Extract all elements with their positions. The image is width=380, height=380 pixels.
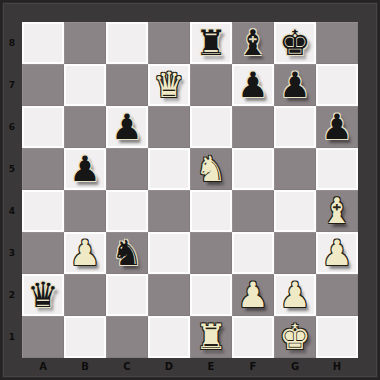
piece-black-pawn-b5[interactable]: ♟ [64,148,106,190]
square-b7[interactable] [64,64,106,106]
piece-black-knight-c3[interactable]: ♞ [106,232,148,274]
rank-label-4: 4 [2,190,22,232]
square-a4[interactable] [22,190,64,232]
piece-white-pawn-f2[interactable]: ♟ [232,274,274,316]
square-h7[interactable] [316,64,358,106]
square-b5[interactable]: ♟ [64,148,106,190]
square-g2[interactable]: ♟ [274,274,316,316]
rank-label-5: 5 [2,148,22,190]
piece-white-rook-e1[interactable]: ♜ [190,316,232,358]
square-d4[interactable] [148,190,190,232]
square-c1[interactable] [106,316,148,358]
square-h3[interactable]: ♟ [316,232,358,274]
square-d8[interactable] [148,22,190,64]
square-e2[interactable] [190,274,232,316]
square-g3[interactable] [274,232,316,274]
square-h1[interactable] [316,316,358,358]
square-b1[interactable] [64,316,106,358]
piece-white-queen-d7[interactable]: ♛ [148,64,190,106]
piece-white-pawn-b3[interactable]: ♟ [64,232,106,274]
square-d3[interactable] [148,232,190,274]
square-c3[interactable]: ♞ [106,232,148,274]
file-label-g: G [274,358,316,377]
piece-black-pawn-f7[interactable]: ♟ [232,64,274,106]
square-f3[interactable] [232,232,274,274]
square-a5[interactable] [22,148,64,190]
chess-board-frame: ♜♝♚♛♟♟♟♟♟♞♝♟♞♟♛♟♟♜♚ 87654321 ABCDEFGH [0,0,380,380]
square-b4[interactable] [64,190,106,232]
square-c6[interactable]: ♟ [106,106,148,148]
piece-white-knight-e5[interactable]: ♞ [190,148,232,190]
piece-black-pawn-h6[interactable]: ♟ [316,106,358,148]
square-c7[interactable] [106,64,148,106]
square-e4[interactable] [190,190,232,232]
square-g5[interactable] [274,148,316,190]
square-a3[interactable] [22,232,64,274]
rank-label-6: 6 [2,106,22,148]
square-f8[interactable]: ♝ [232,22,274,64]
square-c8[interactable] [106,22,148,64]
square-e5[interactable]: ♞ [190,148,232,190]
square-f1[interactable] [232,316,274,358]
square-g8[interactable]: ♚ [274,22,316,64]
square-f7[interactable]: ♟ [232,64,274,106]
square-c2[interactable] [106,274,148,316]
square-d7[interactable]: ♛ [148,64,190,106]
square-e1[interactable]: ♜ [190,316,232,358]
rank-label-7: 7 [2,64,22,106]
square-f2[interactable]: ♟ [232,274,274,316]
square-f6[interactable] [232,106,274,148]
file-label-d: D [148,358,190,377]
rank-label-3: 3 [2,232,22,274]
square-d2[interactable] [148,274,190,316]
square-d6[interactable] [148,106,190,148]
chess-board: ♜♝♚♛♟♟♟♟♟♞♝♟♞♟♛♟♟♜♚ [22,22,358,358]
square-b3[interactable]: ♟ [64,232,106,274]
square-h4[interactable]: ♝ [316,190,358,232]
square-f5[interactable] [232,148,274,190]
square-e6[interactable] [190,106,232,148]
rank-label-8: 8 [2,22,22,64]
rank-label-1: 1 [2,316,22,358]
square-h8[interactable] [316,22,358,64]
piece-white-pawn-g2[interactable]: ♟ [274,274,316,316]
file-label-b: B [64,358,106,377]
square-e3[interactable] [190,232,232,274]
square-h5[interactable] [316,148,358,190]
piece-black-pawn-c6[interactable]: ♟ [106,106,148,148]
square-d5[interactable] [148,148,190,190]
square-g4[interactable] [274,190,316,232]
piece-black-pawn-g7[interactable]: ♟ [274,64,316,106]
piece-white-bishop-h4[interactable]: ♝ [316,190,358,232]
file-label-f: F [232,358,274,377]
square-g1[interactable]: ♚ [274,316,316,358]
piece-black-queen-a2[interactable]: ♛ [22,274,64,316]
file-label-a: A [22,358,64,377]
square-a6[interactable] [22,106,64,148]
file-label-h: H [316,358,358,377]
square-b6[interactable] [64,106,106,148]
square-d1[interactable] [148,316,190,358]
square-a2[interactable]: ♛ [22,274,64,316]
piece-white-pawn-h3[interactable]: ♟ [316,232,358,274]
piece-black-king-g8[interactable]: ♚ [274,22,316,64]
square-a8[interactable] [22,22,64,64]
square-f4[interactable] [232,190,274,232]
file-label-c: C [106,358,148,377]
piece-black-rook-e8[interactable]: ♜ [190,22,232,64]
square-g7[interactable]: ♟ [274,64,316,106]
square-a1[interactable] [22,316,64,358]
square-g6[interactable] [274,106,316,148]
file-label-e: E [190,358,232,377]
piece-black-bishop-f8[interactable]: ♝ [232,22,274,64]
square-e8[interactable]: ♜ [190,22,232,64]
square-b2[interactable] [64,274,106,316]
square-a7[interactable] [22,64,64,106]
piece-white-king-g1[interactable]: ♚ [274,316,316,358]
square-e7[interactable] [190,64,232,106]
square-h6[interactable]: ♟ [316,106,358,148]
square-b8[interactable] [64,22,106,64]
rank-label-2: 2 [2,274,22,316]
square-c4[interactable] [106,190,148,232]
square-h2[interactable] [316,274,358,316]
square-c5[interactable] [106,148,148,190]
